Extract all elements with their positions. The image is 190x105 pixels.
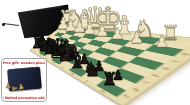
file-label-d: d <box>158 65 175 71</box>
rank-label-2: 2 <box>38 54 42 57</box>
file-label-b: b <box>177 51 190 57</box>
vinyl-chess-board: abcdefgh12345678 <box>30 24 190 105</box>
bag-drawstring-cord <box>3 23 19 26</box>
rank-label-1: 1 <box>34 51 38 53</box>
chess-board-grid <box>34 26 190 96</box>
inset-caption-top: Free gift: wooden pieces + bag <box>3 61 45 65</box>
chess-set-product-photo: abcdefgh12345678 ♜♞♝♛♚♝♞♜♟♟♟♟♟♟♟♟♟♟♟♟♟♟♟… <box>0 0 190 105</box>
file-label-g: g <box>129 85 144 93</box>
file-label-h: h <box>120 92 134 100</box>
file-label-a: a <box>187 44 190 49</box>
rank-label-4: 4 <box>51 61 56 64</box>
file-label-f: f <box>139 79 155 86</box>
promo-inset-thumbnail: Free gift: wooden pieces + bag ♟ ♟ ♟ *li… <box>1 58 47 102</box>
inset-bag-image <box>7 67 42 92</box>
file-label-c: c <box>167 58 185 64</box>
file-label-e: e <box>148 72 164 79</box>
bag-cord-toggle <box>2 23 5 26</box>
inset-caption-bottom: *limited promotion while stocks last* <box>3 96 45 100</box>
